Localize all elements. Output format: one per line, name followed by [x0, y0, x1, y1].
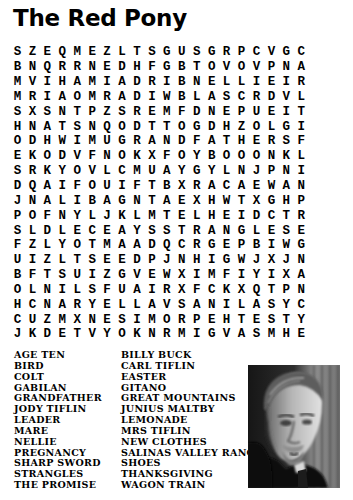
grid-cell: A [204, 134, 219, 149]
grid-cell: Z [100, 104, 115, 119]
grid-cell: D [25, 134, 40, 149]
word-list-item: NELLIE [14, 437, 102, 448]
grid-cell: W [55, 134, 70, 149]
grid-cell: O [234, 149, 249, 164]
grid-cell: O [10, 283, 25, 298]
grid-cell: Z [100, 45, 115, 60]
grid-cell: U [25, 312, 40, 327]
grid-cell: I [144, 283, 159, 298]
grid-cell: H [279, 327, 294, 342]
grid-cell: F [219, 268, 234, 283]
grid-cell: Q [25, 179, 40, 194]
grid-cell: S [219, 90, 234, 105]
grid-cell: X [144, 149, 159, 164]
grid-cell: P [294, 193, 309, 208]
grid-cell: T [264, 283, 279, 298]
grid-cell: S [279, 134, 294, 149]
grid-cell: R [159, 283, 174, 298]
grid-cell: P [189, 312, 204, 327]
grid-cell: V [130, 268, 145, 283]
grid-cell: D [55, 149, 70, 164]
grid-cell: A [130, 238, 145, 253]
grid-cell: A [294, 268, 309, 283]
grid-cell: D [249, 208, 264, 223]
grid-cell: O [115, 327, 130, 342]
grid-cell: H [189, 253, 204, 268]
grid-cell: T [189, 60, 204, 75]
grid-cell: O [249, 119, 264, 134]
grid-cell: A [204, 223, 219, 238]
grid-cell: W [159, 90, 174, 105]
grid-cell: H [279, 193, 294, 208]
grid-cell: M [174, 327, 189, 342]
grid-cell: T [279, 208, 294, 223]
grid-cell: Q [100, 119, 115, 134]
grid-cell: O [174, 119, 189, 134]
grid-cell: V [264, 45, 279, 60]
grid-cell: T [70, 104, 85, 119]
grid-cell: I [189, 268, 204, 283]
grid-cell: N [264, 149, 279, 164]
grid-cell: P [234, 238, 249, 253]
grid-cell: J [159, 253, 174, 268]
grid-cell: T [294, 104, 309, 119]
grid-cell: F [130, 179, 145, 194]
grid-cell: R [174, 312, 189, 327]
grid-cell: E [100, 60, 115, 75]
grid-cell: O [85, 179, 100, 194]
grid-cell: S [55, 268, 70, 283]
grid-cell: S [264, 297, 279, 312]
grid-cell: E [249, 134, 264, 149]
grid-cell: A [204, 90, 219, 105]
grid-cell: J [10, 327, 25, 342]
grid-cell: U [70, 268, 85, 283]
grid-cell: G [264, 193, 279, 208]
grid-cell: X [174, 283, 189, 298]
grid-cell: P [279, 283, 294, 298]
grid-cell: I [234, 208, 249, 223]
puzzle-title: The Red Pony [13, 5, 187, 31]
grid-cell: F [70, 179, 85, 194]
grid-cell: A [55, 90, 70, 105]
grid-cell: I [279, 104, 294, 119]
grid-cell: I [144, 90, 159, 105]
grid-cell: N [189, 75, 204, 90]
grid-cell: C [294, 297, 309, 312]
grid-cell: O [40, 149, 55, 164]
grid-cell: G [219, 253, 234, 268]
grid-cell: C [10, 312, 25, 327]
grid-cell: Z [40, 253, 55, 268]
grid-cell: A [144, 134, 159, 149]
word-list-item: WAGON TRAIN [121, 480, 264, 491]
grid-cell: T [144, 193, 159, 208]
grid-cell: A [130, 283, 145, 298]
grid-cell: X [25, 104, 40, 119]
grid-cell: S [159, 223, 174, 238]
grid-cell: C [264, 208, 279, 223]
grid-cell: Y [100, 327, 115, 342]
grid-cell: D [130, 119, 145, 134]
grid-cell: N [279, 164, 294, 179]
grid-cell: I [130, 312, 145, 327]
grid-cell: S [85, 253, 100, 268]
grid-cell: X [70, 312, 85, 327]
grid-cell: Y [85, 297, 100, 312]
grid-cell: I [25, 253, 40, 268]
grid-cell: B [204, 149, 219, 164]
grid-cell: A [159, 193, 174, 208]
grid-cell: L [115, 297, 130, 312]
word-list-item: THE PROMISE [14, 480, 102, 491]
grid-cell: D [40, 327, 55, 342]
grid-cell: K [115, 208, 130, 223]
grid-cell: X [264, 253, 279, 268]
grid-cell: N [25, 60, 40, 75]
grid-cell: E [294, 327, 309, 342]
grid-cell: A [115, 238, 130, 253]
grid-cell: B [159, 179, 174, 194]
grid-cell: C [115, 164, 130, 179]
grid-cell: S [264, 312, 279, 327]
grid-cell: N [40, 297, 55, 312]
grid-cell: T [40, 268, 55, 283]
grid-cell: L [115, 45, 130, 60]
grid-cell: R [130, 104, 145, 119]
grid-cell: W [264, 179, 279, 194]
grid-cell: N [279, 60, 294, 75]
grid-cell: F [174, 104, 189, 119]
grid-cell: L [189, 90, 204, 105]
grid-cell: R [189, 238, 204, 253]
grid-cell: N [85, 60, 100, 75]
grid-cell: P [234, 104, 249, 119]
grid-cell: H [219, 312, 234, 327]
grid-cell: S [85, 283, 100, 298]
grid-cell: R [264, 134, 279, 149]
grid-cell: E [174, 193, 189, 208]
grid-cell: G [294, 238, 309, 253]
grid-cell: U [100, 179, 115, 194]
grid-cell: E [144, 268, 159, 283]
grid-cell: N [234, 164, 249, 179]
portrait-photo [248, 365, 340, 488]
grid-cell: P [144, 253, 159, 268]
grid-cell: L [234, 297, 249, 312]
grid-cell: R [189, 179, 204, 194]
grid-cell: N [144, 327, 159, 342]
grid-cell: L [219, 164, 234, 179]
grid-cell: N [159, 134, 174, 149]
grid-cell: R [294, 208, 309, 223]
grid-cell: Y [130, 223, 145, 238]
grid-cell: L [264, 119, 279, 134]
grid-cell: M [85, 75, 100, 90]
grid-cell: B [174, 60, 189, 75]
grid-cell: E [10, 149, 25, 164]
grid-cell: J [279, 253, 294, 268]
word-list-item: NEW CLOTHES [121, 437, 264, 448]
grid-cell: N [204, 297, 219, 312]
grid-cell: K [25, 327, 40, 342]
grid-cell: P [85, 104, 100, 119]
grid-cell: U [100, 134, 115, 149]
grid-cell: Y [189, 149, 204, 164]
grid-cell: N [85, 312, 100, 327]
grid-cell: L [55, 193, 70, 208]
grid-cell: I [264, 268, 279, 283]
grid-cell: N [100, 149, 115, 164]
word-search-page: The Red Pony SZEQMEZLTSGUSGRPCVGCBNQRRNE… [0, 0, 353, 500]
grid-cell: A [204, 179, 219, 194]
grid-cell: N [174, 253, 189, 268]
grid-cell: U [115, 283, 130, 298]
grid-cell: V [249, 60, 264, 75]
grid-cell: M [10, 90, 25, 105]
grid-cell: N [219, 223, 234, 238]
grid-cell: R [70, 60, 85, 75]
grid-cell: M [85, 90, 100, 105]
grid-cell: D [264, 90, 279, 105]
grid-cell: R [159, 327, 174, 342]
grid-cell: S [249, 327, 264, 342]
grid-cell: X [279, 268, 294, 283]
grid-cell: I [294, 119, 309, 134]
grid-cell: C [219, 179, 234, 194]
grid-cell: U [10, 253, 25, 268]
grid-cell: F [40, 208, 55, 223]
grid-cell: E [100, 297, 115, 312]
grid-cell: L [249, 223, 264, 238]
grid-cell: J [249, 253, 264, 268]
grid-cell: G [159, 45, 174, 60]
grid-cell: A [115, 90, 130, 105]
grid-cell: R [294, 75, 309, 90]
grid-cell: T [144, 119, 159, 134]
grid-cell: A [100, 193, 115, 208]
grid-cell: E [55, 327, 70, 342]
grid-cell: M [204, 268, 219, 283]
grid-cell: N [204, 104, 219, 119]
grid-cell: R [219, 45, 234, 60]
grid-cell: B [174, 90, 189, 105]
grid-cell: W [234, 253, 249, 268]
grid-cell: S [144, 223, 159, 238]
grid-cell: I [189, 327, 204, 342]
grid-cell: T [279, 312, 294, 327]
grid-cell: O [159, 312, 174, 327]
grid-cell: S [10, 223, 25, 238]
grid-cell: S [10, 104, 25, 119]
grid-cell: C [294, 45, 309, 60]
grid-cell: A [40, 179, 55, 194]
grid-cell: V [85, 327, 100, 342]
grid-cell: J [249, 164, 264, 179]
grid-cell: Z [40, 312, 55, 327]
grid-cell: A [115, 75, 130, 90]
grid-cell: J [100, 208, 115, 223]
grid-cell: Q [40, 60, 55, 75]
grid-cell: Y [294, 312, 309, 327]
grid-cell: G [279, 119, 294, 134]
grid-cell: R [55, 60, 70, 75]
grid-cell: G [204, 45, 219, 60]
grid-cell: W [279, 238, 294, 253]
grid-cell: P [234, 45, 249, 60]
grid-cell: T [70, 253, 85, 268]
grid-cell: A [40, 193, 55, 208]
grid-cell: E [115, 253, 130, 268]
grid-cell: Q [159, 238, 174, 253]
grid-cell: O [204, 60, 219, 75]
grid-cell: A [234, 179, 249, 194]
grid-cell: H [40, 134, 55, 149]
grid-cell: N [25, 119, 40, 134]
grid-cell: G [159, 60, 174, 75]
grid-cell: L [25, 283, 40, 298]
grid-cell: L [189, 208, 204, 223]
grid-cell: X [234, 283, 249, 298]
grid-cell: O [115, 119, 130, 134]
grid-cell: L [234, 75, 249, 90]
grid-cell: X [174, 179, 189, 194]
grid-cell: F [10, 238, 25, 253]
grid-cell: B [249, 238, 264, 253]
grid-cell: A [159, 164, 174, 179]
grid-cell: E [249, 179, 264, 194]
grid-cell: W [159, 268, 174, 283]
grid-cell: A [70, 75, 85, 90]
grid-cell: L [130, 297, 145, 312]
grid-cell: R [100, 90, 115, 105]
grid-cell: A [55, 297, 70, 312]
grid-cell: M [159, 104, 174, 119]
grid-cell: M [130, 164, 145, 179]
grid-cell: A [189, 297, 204, 312]
grid-cell: S [174, 297, 189, 312]
grid-cell: R [70, 297, 85, 312]
grid-cell: H [234, 134, 249, 149]
grid-cell: I [234, 268, 249, 283]
grid-cell: G [115, 134, 130, 149]
grid-cell: O [234, 60, 249, 75]
grid-cell: L [70, 283, 85, 298]
grid-cell: Y [204, 164, 219, 179]
grid-cell: H [10, 297, 25, 312]
grid-cell: E [100, 253, 115, 268]
grid-cell: G [279, 45, 294, 60]
grid-cell: U [249, 104, 264, 119]
grid-cell: O [70, 90, 85, 105]
grid-cell: T [85, 238, 100, 253]
grid-cell: G [204, 238, 219, 253]
grid-cell: S [115, 104, 130, 119]
grid-cell: G [189, 164, 204, 179]
grid-cell: E [219, 238, 234, 253]
grid-cell: K [40, 164, 55, 179]
grid-cell: L [55, 223, 70, 238]
grid-cell: C [25, 297, 40, 312]
grid-cell: J [10, 193, 25, 208]
grid-cell: K [219, 283, 234, 298]
grid-cell: G [115, 268, 130, 283]
grid-cell: E [264, 75, 279, 90]
grid-cell: P [264, 60, 279, 75]
grid-cell: Z [25, 238, 40, 253]
grid-cell: H [10, 119, 25, 134]
grid-cell: O [174, 149, 189, 164]
grid-cell: R [25, 164, 40, 179]
grid-cell: B [10, 60, 25, 75]
grid-cell: A [40, 119, 55, 134]
grid-cell: F [159, 149, 174, 164]
grid-cell: Z [234, 119, 249, 134]
grid-cell: T [70, 327, 85, 342]
grid-cell: E [204, 75, 219, 90]
grid-cell: K [130, 327, 145, 342]
grid-cell: L [55, 253, 70, 268]
grid-cell: L [219, 75, 234, 90]
grid-cell: L [294, 149, 309, 164]
grid-cell: R [249, 90, 264, 105]
grid-cell: N [85, 119, 100, 134]
grid-cell: R [130, 134, 145, 149]
grid-cell: P [10, 208, 25, 223]
grid-cell: Y [55, 238, 70, 253]
grid-cell: R [25, 90, 40, 105]
grid-cell: L [40, 238, 55, 253]
grid-cell: V [279, 90, 294, 105]
grid-cell: Y [279, 297, 294, 312]
grid-cell: B [174, 75, 189, 90]
grid-cell: I [40, 75, 55, 90]
grid-cell: F [189, 283, 204, 298]
grid-cell: K [279, 149, 294, 164]
grid-cell: H [130, 60, 145, 75]
grid-cell: N [25, 193, 40, 208]
grid-cell: K [130, 149, 145, 164]
grid-cell: I [70, 134, 85, 149]
grid-cell: E [174, 208, 189, 223]
grid-cell: M [55, 312, 70, 327]
grid-cell: F [85, 149, 100, 164]
grid-cell: I [294, 164, 309, 179]
grid-cell: C [174, 238, 189, 253]
grid-cell: G [204, 327, 219, 342]
grid-cell: C [249, 45, 264, 60]
grid-cell: I [85, 268, 100, 283]
grid-cell: M [100, 238, 115, 253]
grid-cell: I [40, 90, 55, 105]
grid-cell: I [115, 179, 130, 194]
grid-cell: I [159, 75, 174, 90]
grid-cell: V [219, 60, 234, 75]
grid-cell: A [249, 297, 264, 312]
grid-cell: V [25, 75, 40, 90]
grid-cell: M [144, 312, 159, 327]
grid-cell: Y [174, 164, 189, 179]
grid-cell: Y [249, 268, 264, 283]
grid-cell: N [130, 193, 145, 208]
grid-cell: T [144, 179, 159, 194]
grid-cell: K [25, 149, 40, 164]
grid-cell: I [70, 193, 85, 208]
grid-cell: D [10, 179, 25, 194]
grid-cell: D [115, 60, 130, 75]
grid-cell: V [70, 149, 85, 164]
grid-cell: M [85, 134, 100, 149]
